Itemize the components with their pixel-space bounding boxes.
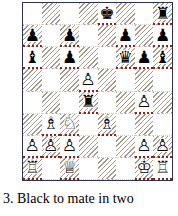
square-d6	[79, 47, 98, 69]
black-pawn: ♟	[25, 27, 40, 44]
square-f7: ♟	[116, 25, 135, 47]
square-c6: ♟	[60, 47, 79, 69]
square-a4	[23, 92, 42, 114]
square-a8	[23, 3, 42, 25]
square-c2: ♙	[60, 136, 79, 158]
square-g6: ♟	[135, 47, 154, 69]
square-b3: ♗	[42, 114, 61, 136]
square-e2	[98, 136, 117, 158]
square-d5: ♙	[79, 69, 98, 91]
square-a6: ♝	[23, 47, 42, 69]
white-rook: ♖	[155, 159, 170, 176]
black-pawn: ♟	[62, 49, 77, 66]
black-pawn: ♟	[136, 49, 151, 66]
square-h5	[153, 69, 172, 91]
square-b6	[42, 47, 61, 69]
square-e1	[98, 158, 117, 180]
square-a5	[23, 69, 42, 91]
square-f8	[116, 3, 135, 25]
square-f6: ♛	[116, 47, 135, 69]
white-king: ♔	[136, 159, 151, 176]
square-g5	[135, 69, 154, 91]
square-h1: ♖	[153, 158, 172, 180]
white-bishop: ♗	[99, 115, 114, 132]
square-e4	[98, 92, 117, 114]
square-g3	[135, 114, 154, 136]
black-king: ♚	[99, 5, 114, 22]
square-g2: ♙	[135, 136, 154, 158]
square-f2	[116, 136, 135, 158]
black-bishop: ♝	[25, 49, 40, 66]
square-d8	[79, 3, 98, 25]
white-pawn: ♙	[62, 137, 77, 154]
white-knight: ♘	[62, 115, 77, 132]
square-f4	[116, 92, 135, 114]
white-bishop: ♗	[43, 115, 58, 132]
white-pawn: ♙	[25, 137, 40, 154]
square-h2: ♙	[153, 136, 172, 158]
square-b8	[42, 3, 61, 25]
white-pawn: ♙	[136, 137, 151, 154]
white-pawn: ♙	[81, 71, 96, 88]
black-pawn: ♟	[118, 27, 133, 44]
white-pawn: ♙	[155, 137, 170, 154]
square-e5	[98, 69, 117, 91]
square-b2: ♙	[42, 136, 61, 158]
square-f5	[116, 69, 135, 91]
square-c5	[60, 69, 79, 91]
square-b1	[42, 158, 61, 180]
square-a7: ♟	[23, 25, 42, 47]
square-c3: ♘	[60, 114, 79, 136]
black-bishop: ♝	[155, 49, 170, 66]
square-d3	[79, 114, 98, 136]
square-g8	[135, 3, 154, 25]
black-rook: ♜	[155, 5, 170, 22]
black-queen: ♛	[118, 49, 133, 66]
square-h6: ♝	[153, 47, 172, 69]
square-h4	[153, 92, 172, 114]
square-h3	[153, 114, 172, 136]
white-rook: ♖	[25, 159, 40, 176]
square-b5	[42, 69, 61, 91]
square-c8	[60, 3, 79, 25]
square-g1: ♔	[135, 158, 154, 180]
square-b7	[42, 25, 61, 47]
square-d4: ♜	[79, 92, 98, 114]
square-f1	[116, 158, 135, 180]
page: ♚♜♟♟♟♟♝♟♛♟♝♙♜♙♗♘♗♙♙♙♙♙♖♕♔♖ 3. Black to m…	[0, 0, 178, 216]
square-f3	[116, 114, 135, 136]
square-a2: ♙	[23, 136, 42, 158]
square-b4	[42, 92, 61, 114]
black-rook: ♜	[81, 93, 96, 110]
square-c4	[60, 92, 79, 114]
square-d2	[79, 136, 98, 158]
square-g7	[135, 25, 154, 47]
white-pawn: ♙	[136, 93, 151, 110]
white-pawn: ♙	[43, 137, 58, 154]
black-pawn: ♟	[62, 27, 77, 44]
square-a3	[23, 114, 42, 136]
square-e6	[98, 47, 117, 69]
square-e3: ♗	[98, 114, 117, 136]
square-e7	[98, 25, 117, 47]
white-queen: ♕	[62, 159, 77, 176]
chess-board: ♚♜♟♟♟♟♝♟♛♟♝♙♜♙♗♘♗♙♙♙♙♙♖♕♔♖	[22, 2, 173, 181]
square-h7: ♟	[153, 25, 172, 47]
square-e8: ♚	[98, 3, 117, 25]
square-c1: ♕	[60, 158, 79, 180]
square-d1	[79, 158, 98, 180]
square-a1: ♖	[23, 158, 42, 180]
puzzle-caption: 3. Black to mate in two	[3, 191, 134, 207]
square-g4: ♙	[135, 92, 154, 114]
square-c7: ♟	[60, 25, 79, 47]
square-h8: ♜	[153, 3, 172, 25]
square-d7	[79, 25, 98, 47]
black-pawn: ♟	[155, 27, 170, 44]
